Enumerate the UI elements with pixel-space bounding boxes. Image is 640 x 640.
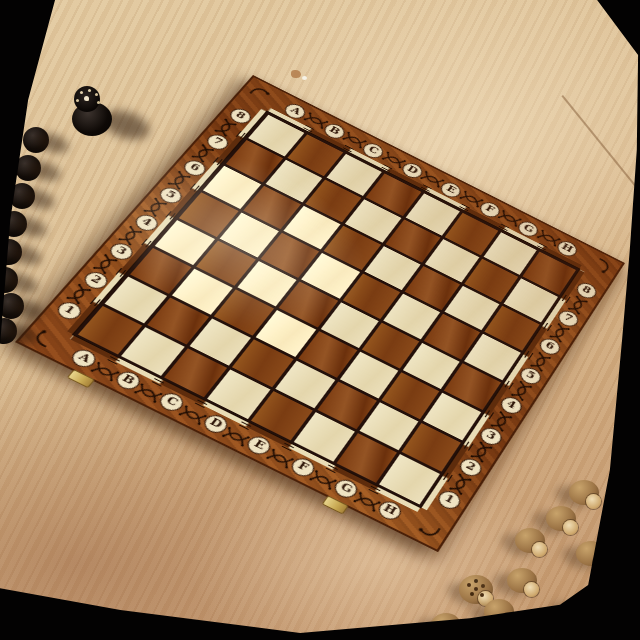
table-chip-mark — [291, 70, 301, 78]
table-surface: AA88BB77CC66DD55EE44FF33GG22HH11 — [0, 0, 640, 640]
black-queen-off-board[interactable] — [68, 86, 138, 156]
black-pawn-off-board[interactable] — [23, 127, 49, 153]
black-pawn-off-board[interactable] — [0, 293, 24, 319]
black-pawn-off-board[interactable] — [0, 318, 17, 344]
white-pawn-off-board[interactable] — [560, 594, 600, 634]
black-pawn-off-board[interactable] — [9, 183, 35, 209]
table-plank-seam — [561, 95, 639, 191]
black-pawn-off-board[interactable] — [15, 155, 41, 181]
black-pawn-off-board[interactable] — [0, 267, 18, 293]
table-paint-mark — [302, 76, 307, 80]
black-pawn-off-board[interactable] — [0, 239, 22, 265]
white-pawn-off-board[interactable] — [574, 538, 614, 578]
white-pawn-off-board[interactable] — [513, 525, 553, 565]
black-pawn-off-board[interactable] — [1, 211, 27, 237]
white-pawn-off-board[interactable] — [429, 610, 469, 640]
white-pawn-off-board[interactable] — [482, 596, 522, 636]
